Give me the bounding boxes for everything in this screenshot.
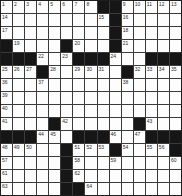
grid-cell[interactable] bbox=[85, 79, 96, 91]
grid-cell[interactable] bbox=[170, 27, 181, 39]
clue-number: 56 bbox=[159, 144, 165, 150]
grid-cell[interactable] bbox=[158, 157, 169, 169]
clue-number: 44 bbox=[38, 131, 44, 137]
grid-cell[interactable] bbox=[13, 157, 24, 169]
grid-cell[interactable] bbox=[73, 92, 84, 104]
grid-cell[interactable]: 5 bbox=[49, 1, 60, 13]
grid-cell[interactable] bbox=[25, 183, 36, 195]
clue-number: 17 bbox=[2, 27, 8, 33]
black-cell bbox=[146, 53, 157, 65]
grid-cell[interactable]: 49 bbox=[13, 144, 24, 156]
grid-cell[interactable] bbox=[85, 170, 96, 182]
grid-cell[interactable] bbox=[146, 92, 157, 104]
clue-number: 49 bbox=[14, 144, 20, 150]
black-cell bbox=[61, 170, 72, 182]
black-cell bbox=[98, 53, 109, 65]
grid-cell[interactable] bbox=[73, 27, 84, 39]
grid-cell[interactable] bbox=[146, 183, 157, 195]
grid-cell[interactable]: 39 bbox=[1, 92, 12, 104]
clue-number: 24 bbox=[111, 53, 117, 59]
clue-number: 34 bbox=[159, 66, 165, 72]
grid-cell[interactable] bbox=[110, 183, 121, 195]
grid-cell[interactable] bbox=[122, 92, 133, 104]
clue-number: 15 bbox=[99, 14, 105, 20]
grid-cell[interactable] bbox=[85, 157, 96, 169]
black-cell bbox=[25, 131, 36, 143]
black-cell bbox=[25, 53, 36, 65]
grid-cell[interactable] bbox=[49, 144, 60, 156]
grid-cell[interactable] bbox=[73, 118, 84, 130]
grid-cell[interactable] bbox=[98, 92, 109, 104]
grid-cell[interactable] bbox=[37, 170, 48, 182]
grid-cell[interactable] bbox=[98, 183, 109, 195]
grid-cell[interactable]: 23 bbox=[61, 53, 72, 65]
grid-cell[interactable] bbox=[49, 27, 60, 39]
clue-number: 33 bbox=[147, 66, 153, 72]
grid-cell[interactable] bbox=[85, 92, 96, 104]
clue-number: 27 bbox=[26, 66, 32, 72]
black-cell bbox=[110, 144, 121, 156]
grid-cell[interactable]: 61 bbox=[1, 170, 12, 182]
grid-cell[interactable] bbox=[146, 40, 157, 52]
grid-cell[interactable]: 51 bbox=[73, 144, 84, 156]
grid-cell[interactable]: 10 bbox=[134, 1, 145, 13]
grid-cell[interactable]: 48 bbox=[1, 144, 12, 156]
crossword-board: 1234567891011121314151617181920212223242… bbox=[0, 0, 182, 196]
grid-cell[interactable]: 57 bbox=[1, 157, 12, 169]
grid-cell[interactable] bbox=[110, 105, 121, 117]
grid-cell[interactable]: 13 bbox=[170, 1, 181, 13]
clue-number: 2 bbox=[14, 1, 17, 7]
grid-cell[interactable] bbox=[13, 105, 24, 117]
grid-cell[interactable] bbox=[122, 118, 133, 130]
grid-cell[interactable] bbox=[25, 40, 36, 52]
grid-cell[interactable]: 9 bbox=[122, 1, 133, 13]
grid-cell[interactable] bbox=[37, 144, 48, 156]
grid-cell[interactable]: 20 bbox=[73, 40, 84, 52]
grid-cell[interactable]: 36 bbox=[1, 79, 12, 91]
grid-cell[interactable]: 27 bbox=[25, 66, 36, 78]
clue-number: 32 bbox=[135, 66, 141, 72]
grid-cell[interactable]: 18 bbox=[122, 27, 133, 39]
black-cell bbox=[85, 53, 96, 65]
grid-cell[interactable]: 30 bbox=[85, 66, 96, 78]
grid-cell[interactable] bbox=[122, 131, 133, 143]
grid-cell[interactable] bbox=[134, 157, 145, 169]
grid-cell[interactable] bbox=[170, 105, 181, 117]
clue-number: 45 bbox=[50, 131, 56, 137]
grid-cell[interactable] bbox=[146, 14, 157, 26]
clue-number: 60 bbox=[171, 157, 177, 163]
clue-number: 57 bbox=[2, 157, 8, 163]
black-cell bbox=[134, 118, 145, 130]
grid-cell[interactable] bbox=[25, 92, 36, 104]
grid-cell[interactable] bbox=[25, 157, 36, 169]
clue-number: 36 bbox=[2, 79, 8, 85]
black-cell bbox=[1, 53, 12, 65]
grid-cell[interactable] bbox=[37, 183, 48, 195]
black-cell bbox=[110, 14, 121, 26]
clue-number: 48 bbox=[2, 144, 8, 150]
grid-cell[interactable] bbox=[37, 92, 48, 104]
black-cell bbox=[110, 27, 121, 39]
grid-cell[interactable] bbox=[61, 92, 72, 104]
grid-cell[interactable] bbox=[98, 79, 109, 91]
clue-number: 23 bbox=[62, 53, 68, 59]
clue-number: 4 bbox=[38, 1, 41, 7]
grid-cell[interactable] bbox=[158, 183, 169, 195]
grid-cell[interactable] bbox=[37, 40, 48, 52]
grid-cell[interactable]: 38 bbox=[122, 79, 133, 91]
clue-number: 6 bbox=[62, 1, 65, 7]
grid-cell[interactable] bbox=[13, 170, 24, 182]
black-cell bbox=[73, 53, 84, 65]
grid-cell[interactable]: 44 bbox=[37, 131, 48, 143]
clue-number: 29 bbox=[74, 66, 80, 72]
clue-number: 46 bbox=[111, 131, 117, 137]
grid-cell[interactable] bbox=[134, 14, 145, 26]
grid-cell[interactable] bbox=[13, 183, 24, 195]
black-cell bbox=[146, 131, 157, 143]
grid-cell[interactable] bbox=[49, 170, 60, 182]
grid-cell[interactable] bbox=[85, 40, 96, 52]
grid-cell[interactable] bbox=[146, 170, 157, 182]
grid-cell[interactable]: 31 bbox=[98, 66, 109, 78]
grid-cell[interactable] bbox=[25, 27, 36, 39]
black-cell bbox=[13, 53, 24, 65]
black-cell bbox=[73, 131, 84, 143]
grid-cell[interactable] bbox=[170, 183, 181, 195]
grid-cell[interactable] bbox=[13, 92, 24, 104]
grid-cell[interactable]: 42 bbox=[61, 118, 72, 130]
grid-cell[interactable] bbox=[13, 14, 24, 26]
grid-cell[interactable] bbox=[122, 157, 133, 169]
grid-cell[interactable] bbox=[49, 105, 60, 117]
grid-cell[interactable]: 24 bbox=[110, 53, 121, 65]
clue-number: 58 bbox=[74, 157, 80, 163]
clue-number: 5 bbox=[50, 1, 53, 7]
black-cell bbox=[98, 1, 109, 13]
black-cell bbox=[1, 131, 12, 143]
grid-cell[interactable] bbox=[25, 14, 36, 26]
grid-cell[interactable] bbox=[146, 157, 157, 169]
clue-number: 41 bbox=[2, 118, 8, 124]
grid-cell[interactable] bbox=[170, 118, 181, 130]
black-cell bbox=[170, 53, 181, 65]
grid-cell[interactable]: 16 bbox=[122, 14, 133, 26]
black-cell bbox=[1, 40, 12, 52]
grid-cell[interactable] bbox=[73, 14, 84, 26]
black-cell bbox=[98, 131, 109, 143]
clue-number: 31 bbox=[99, 66, 105, 72]
grid-cell[interactable] bbox=[98, 40, 109, 52]
grid-cell[interactable] bbox=[170, 92, 181, 104]
grid-cell[interactable]: 45 bbox=[49, 131, 60, 143]
clue-number: 50 bbox=[26, 144, 32, 150]
clue-number: 13 bbox=[171, 1, 177, 7]
grid-cell[interactable]: 56 bbox=[158, 144, 169, 156]
clue-number: 3 bbox=[26, 1, 29, 7]
grid-cell[interactable]: 55 bbox=[146, 144, 157, 156]
grid-cell[interactable] bbox=[98, 27, 109, 39]
clue-number: 59 bbox=[111, 157, 117, 163]
grid-cell[interactable]: 8 bbox=[85, 1, 96, 13]
grid-cell[interactable] bbox=[134, 170, 145, 182]
grid-cell[interactable] bbox=[158, 14, 169, 26]
clue-number: 26 bbox=[14, 66, 20, 72]
grid-cell[interactable] bbox=[122, 53, 133, 65]
grid-cell[interactable] bbox=[25, 118, 36, 130]
grid-cell[interactable]: 28 bbox=[49, 66, 60, 78]
grid-cell[interactable] bbox=[158, 27, 169, 39]
grid-cell[interactable] bbox=[122, 183, 133, 195]
grid-cell[interactable] bbox=[122, 105, 133, 117]
grid-cell[interactable]: 33 bbox=[146, 66, 157, 78]
grid-cell[interactable] bbox=[146, 27, 157, 39]
grid-cell[interactable] bbox=[85, 14, 96, 26]
grid-cell[interactable]: 4 bbox=[37, 1, 48, 13]
clue-number: 37 bbox=[38, 79, 44, 85]
clue-number: 35 bbox=[171, 66, 177, 72]
grid-cell[interactable]: 22 bbox=[37, 53, 48, 65]
grid-cell[interactable]: 14 bbox=[1, 14, 12, 26]
grid-cell[interactable] bbox=[158, 170, 169, 182]
grid-cell[interactable] bbox=[110, 92, 121, 104]
grid-cell[interactable] bbox=[122, 170, 133, 182]
grid-cell[interactable] bbox=[110, 170, 121, 182]
grid-cell[interactable] bbox=[25, 105, 36, 117]
grid-cell[interactable] bbox=[13, 118, 24, 130]
grid-cell[interactable] bbox=[49, 79, 60, 91]
grid-cell[interactable] bbox=[134, 79, 145, 91]
clue-number: 30 bbox=[86, 66, 92, 72]
grid-cell[interactable] bbox=[61, 14, 72, 26]
grid-cell[interactable]: 47 bbox=[134, 131, 145, 143]
grid-cell[interactable]: 21 bbox=[122, 40, 133, 52]
grid-cell[interactable]: 59 bbox=[110, 157, 121, 169]
grid-cell[interactable] bbox=[49, 157, 60, 169]
grid-cell[interactable] bbox=[158, 105, 169, 117]
clue-number: 52 bbox=[86, 144, 92, 150]
grid-cell[interactable]: 41 bbox=[1, 118, 12, 130]
grid-cell[interactable]: 2 bbox=[13, 1, 24, 13]
grid-cell[interactable]: 64 bbox=[85, 183, 96, 195]
grid-cell[interactable]: 63 bbox=[1, 183, 12, 195]
clue-number: 42 bbox=[62, 118, 68, 124]
grid-cell[interactable] bbox=[134, 92, 145, 104]
grid-cell[interactable] bbox=[25, 79, 36, 91]
black-cell bbox=[73, 183, 84, 195]
clue-number: 62 bbox=[74, 170, 80, 176]
grid-cell[interactable]: 1 bbox=[1, 1, 12, 13]
grid-cell[interactable] bbox=[49, 40, 60, 52]
grid-cell[interactable] bbox=[98, 105, 109, 117]
black-cell bbox=[13, 131, 24, 143]
grid-cell[interactable]: 37 bbox=[37, 79, 48, 91]
clue-number: 8 bbox=[86, 1, 89, 7]
grid-cell[interactable] bbox=[134, 40, 145, 52]
grid-cell[interactable] bbox=[61, 66, 72, 78]
black-cell bbox=[158, 53, 169, 65]
grid-cell[interactable] bbox=[98, 170, 109, 182]
grid-cell[interactable] bbox=[37, 105, 48, 117]
grid-cell[interactable]: 50 bbox=[25, 144, 36, 156]
black-cell bbox=[61, 157, 72, 169]
clue-number: 7 bbox=[74, 1, 77, 7]
grid-cell[interactable] bbox=[110, 79, 121, 91]
grid-cell[interactable]: 7 bbox=[73, 1, 84, 13]
grid-cell[interactable]: 58 bbox=[73, 157, 84, 169]
clue-number: 38 bbox=[123, 79, 129, 85]
clue-number: 20 bbox=[74, 40, 80, 46]
clue-number: 19 bbox=[14, 40, 20, 46]
grid-cell[interactable]: 6 bbox=[61, 1, 72, 13]
grid-cell[interactable]: 17 bbox=[1, 27, 12, 39]
grid-cell[interactable] bbox=[134, 183, 145, 195]
clue-number: 25 bbox=[2, 66, 8, 72]
black-cell bbox=[158, 131, 169, 143]
grid-cell[interactable] bbox=[37, 157, 48, 169]
grid-cell[interactable] bbox=[49, 14, 60, 26]
grid-cell[interactable] bbox=[73, 105, 84, 117]
grid-cell[interactable] bbox=[98, 157, 109, 169]
grid-cell[interactable] bbox=[13, 79, 24, 91]
grid-cell[interactable]: 19 bbox=[13, 40, 24, 52]
clue-number: 40 bbox=[2, 105, 8, 111]
grid-cell[interactable] bbox=[158, 92, 169, 104]
black-cell bbox=[85, 131, 96, 143]
grid-cell[interactable] bbox=[134, 27, 145, 39]
grid-cell[interactable] bbox=[25, 170, 36, 182]
black-cell bbox=[122, 66, 133, 78]
grid-cell[interactable]: 34 bbox=[158, 66, 169, 78]
grid-cell[interactable]: 53 bbox=[98, 144, 109, 156]
grid-cell[interactable]: 54 bbox=[122, 144, 133, 156]
grid-cell[interactable] bbox=[98, 118, 109, 130]
grid-cell[interactable] bbox=[134, 144, 145, 156]
grid-cell[interactable] bbox=[37, 14, 48, 26]
grid-cell[interactable] bbox=[49, 92, 60, 104]
black-cell bbox=[61, 40, 72, 52]
clue-number: 18 bbox=[123, 27, 129, 33]
grid-cell[interactable] bbox=[170, 79, 181, 91]
grid-cell[interactable]: 46 bbox=[110, 131, 121, 143]
grid-cell[interactable]: 60 bbox=[170, 157, 181, 169]
clue-number: 21 bbox=[123, 40, 129, 46]
grid-cell[interactable]: 15 bbox=[98, 14, 109, 26]
grid-cell[interactable]: 40 bbox=[1, 105, 12, 117]
clue-number: 47 bbox=[135, 131, 141, 137]
grid-cell[interactable] bbox=[49, 183, 60, 195]
grid-cell[interactable] bbox=[37, 118, 48, 130]
black-cell bbox=[61, 144, 72, 156]
clue-number: 39 bbox=[2, 92, 8, 98]
grid-cell[interactable] bbox=[170, 170, 181, 182]
grid-cell[interactable] bbox=[85, 105, 96, 117]
grid-cell[interactable] bbox=[61, 27, 72, 39]
grid-cell[interactable]: 62 bbox=[73, 170, 84, 182]
grid-cell[interactable] bbox=[85, 27, 96, 39]
grid-cell[interactable] bbox=[158, 40, 169, 52]
grid-cell[interactable] bbox=[158, 79, 169, 91]
grid-cell[interactable]: 29 bbox=[73, 66, 84, 78]
black-cell bbox=[49, 118, 60, 130]
clue-number: 53 bbox=[99, 144, 105, 150]
black-cell bbox=[110, 1, 121, 13]
grid-cell[interactable] bbox=[110, 118, 121, 130]
clue-number: 63 bbox=[2, 183, 8, 189]
black-cell bbox=[61, 183, 72, 195]
clue-number: 55 bbox=[147, 144, 153, 150]
grid-cell[interactable] bbox=[158, 118, 169, 130]
black-cell bbox=[110, 40, 121, 52]
black-cell bbox=[37, 66, 48, 78]
clue-number: 11 bbox=[147, 1, 152, 7]
grid-cell[interactable] bbox=[134, 105, 145, 117]
clue-number: 28 bbox=[50, 66, 56, 72]
grid-cell[interactable] bbox=[61, 105, 72, 117]
clue-number: 14 bbox=[2, 14, 8, 20]
grid-cell[interactable] bbox=[134, 53, 145, 65]
grid-cell[interactable] bbox=[170, 40, 181, 52]
clue-number: 54 bbox=[123, 144, 129, 150]
clue-number: 10 bbox=[135, 1, 141, 7]
clue-number: 43 bbox=[147, 118, 153, 124]
grid-cell[interactable]: 52 bbox=[85, 144, 96, 156]
black-cell bbox=[170, 144, 181, 156]
grid-cell[interactable]: 35 bbox=[170, 66, 181, 78]
grid-cell[interactable] bbox=[61, 79, 72, 91]
grid-cell[interactable] bbox=[146, 79, 157, 91]
grid-cell[interactable] bbox=[73, 79, 84, 91]
grid-cell[interactable] bbox=[146, 105, 157, 117]
grid-cell[interactable] bbox=[170, 14, 181, 26]
grid-cell[interactable] bbox=[85, 118, 96, 130]
grid-cell[interactable] bbox=[37, 27, 48, 39]
black-cell bbox=[170, 131, 181, 143]
grid-cell[interactable]: 32 bbox=[134, 66, 145, 78]
grid-cell[interactable]: 43 bbox=[146, 118, 157, 130]
grid-cell[interactable] bbox=[13, 27, 24, 39]
clue-number: 22 bbox=[38, 53, 44, 59]
grid-cell[interactable]: 3 bbox=[25, 1, 36, 13]
clue-number: 16 bbox=[123, 14, 129, 20]
clue-number: 9 bbox=[123, 1, 126, 7]
grid-cell[interactable]: 26 bbox=[13, 66, 24, 78]
clue-number: 61 bbox=[2, 170, 8, 176]
grid-cell[interactable] bbox=[110, 66, 121, 78]
grid-cell[interactable] bbox=[61, 131, 72, 143]
clue-number: 51 bbox=[74, 144, 80, 150]
grid-cell[interactable]: 12 bbox=[158, 1, 169, 13]
clue-number: 64 bbox=[86, 183, 92, 189]
crossword-grid: 1234567891011121314151617181920212223242… bbox=[0, 0, 182, 196]
grid-cell[interactable]: 11 bbox=[146, 1, 157, 13]
clue-number: 1 bbox=[2, 1, 5, 7]
clue-number: 12 bbox=[159, 1, 165, 7]
grid-cell[interactable]: 25 bbox=[1, 66, 12, 78]
grid-cell[interactable] bbox=[49, 53, 60, 65]
